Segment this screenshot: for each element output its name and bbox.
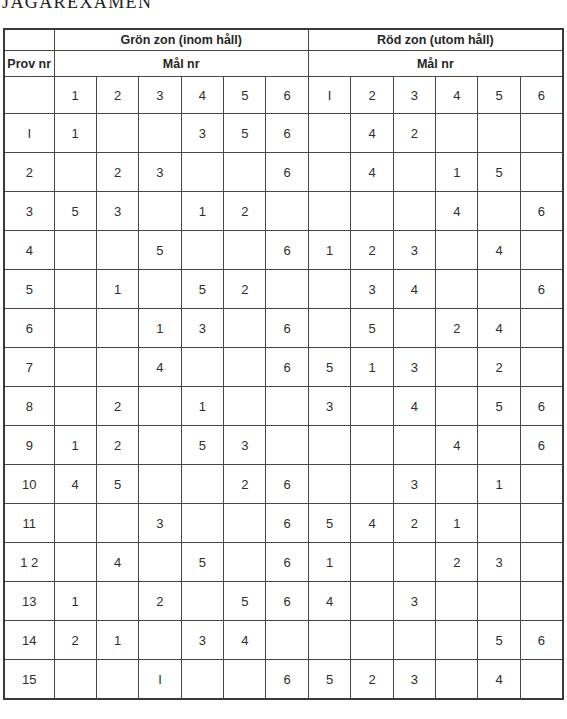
red-zone-cell: 3 [393,348,435,387]
mal-header-row: Prov nr Mål nr Mål nr [4,51,563,77]
green-zone-cell: 3 [181,621,223,660]
green-zone-cell [139,387,181,426]
red-zone-cell: 4 [436,426,478,465]
red-zone-cell [436,387,478,426]
red-zone-cell [478,270,520,309]
red-zone-cell [393,426,435,465]
table-row: 9125346 [4,426,563,465]
red-zone-cell: 1 [478,465,520,504]
red-zone-cell: 3 [478,543,520,582]
red-zone-cell [393,309,435,348]
green-zone-cell: 2 [96,426,138,465]
table-row: 6136524 [4,309,563,348]
red-zone-cell [308,465,350,504]
green-zone-cell [224,153,266,192]
green-zone-cell: 3 [96,192,138,231]
green-zone-cell [96,231,138,270]
green-zone-cell: 6 [266,309,308,348]
red-zone-cell: 2 [393,114,435,153]
green-zone-cell [54,348,96,387]
red-zone-cell: 4 [351,153,393,192]
table-row: 14213456 [4,621,563,660]
red-zone-cell: 2 [436,543,478,582]
red-zone-cell: 4 [478,309,520,348]
score-rows: I135642223641535312464561234515234661365… [4,114,563,700]
green-zone-cell [224,543,266,582]
zone-header-row: Grön zon (inom håll) Röd zon (utom håll) [4,29,563,51]
green-zone-cell [96,504,138,543]
green-zone-cell [224,387,266,426]
table-row: 8213456 [4,387,563,426]
red-zone-cell: 6 [520,426,562,465]
red-zone-cell [393,621,435,660]
green-zone-cell [54,387,96,426]
green-zone-cell: 2 [224,192,266,231]
prov-nr-cell: 14 [4,621,54,660]
green-zone-cell [139,543,181,582]
red-zone-cell: 5 [478,153,520,192]
red-zone-cell [436,660,478,700]
prov-nr-cell: 3 [4,192,54,231]
red-zone-cell [308,153,350,192]
green-zone-cell: 3 [139,153,181,192]
red-zone-cell: 3 [393,465,435,504]
green-zone-cell [54,309,96,348]
green-zone-cell [54,231,96,270]
green-zone-cell [54,660,96,700]
red-zone-cell: 5 [308,660,350,700]
green-zone-cell: 4 [224,621,266,660]
red-col-header: 5 [478,77,520,114]
page-title: JÄGAREXAMEN [2,0,152,11]
green-zone-cell [181,465,223,504]
prov-nr-cell: 5 [4,270,54,309]
green-zone-cell: 1 [181,192,223,231]
red-zone-cell [308,114,350,153]
prov-nr-cell: 15 [4,660,54,700]
prov-nr-cell: I [4,114,54,153]
green-col-header: 2 [96,77,138,114]
red-zone-cell: 4 [308,582,350,621]
green-zone-cell: 2 [96,153,138,192]
red-zone-cell [436,582,478,621]
green-zone-cell [181,231,223,270]
green-zone-cell: 2 [224,465,266,504]
red-zone-cell: 4 [478,660,520,700]
green-zone-cell: 2 [96,387,138,426]
red-zone-cell: 2 [393,504,435,543]
green-zone-cell [266,621,308,660]
red-zone-cell [478,192,520,231]
green-zone-cell [54,153,96,192]
green-zone-cell [96,582,138,621]
table-row: 15I65234 [4,660,563,700]
green-zone-cell [139,270,181,309]
red-zone-cell [351,192,393,231]
red-zone-cell [393,192,435,231]
corner-cell [4,29,54,51]
red-zone-cell [351,426,393,465]
green-zone-cell [96,660,138,700]
red-zone-cell: 1 [308,543,350,582]
red-zone-cell [520,504,562,543]
red-zone-cell: 6 [520,270,562,309]
red-zone-cell: 1 [436,504,478,543]
red-zone-cell: 1 [351,348,393,387]
red-zone-cell: 2 [478,348,520,387]
green-zone-cell: 6 [266,582,308,621]
red-zone-cell: 5 [478,621,520,660]
green-zone-cell [224,231,266,270]
green-zone-cell [139,465,181,504]
green-zone-cell [139,621,181,660]
prov-nr-cell: 2 [4,153,54,192]
red-zone-cell: 6 [520,387,562,426]
red-zone-cell [520,309,562,348]
green-zone-cell [181,582,223,621]
green-col-header: 6 [266,77,308,114]
score-table: Grön zon (inom håll) Röd zon (utom håll)… [3,28,564,700]
green-zone-cell [266,426,308,465]
green-col-header: 4 [181,77,223,114]
red-zone-cell [351,621,393,660]
green-zone-cell: 2 [54,621,96,660]
blank-cell [4,77,54,114]
red-zone-cell [436,270,478,309]
green-zone-cell: 6 [266,660,308,700]
green-zone-cell [96,114,138,153]
green-zone-cell: 6 [266,114,308,153]
red-zone-cell: 1 [436,153,478,192]
red-zone-cell: 5 [308,348,350,387]
green-zone-cell: 1 [96,270,138,309]
red-col-header: 2 [351,77,393,114]
red-zone-cell [478,114,520,153]
green-zone-cell: 1 [96,621,138,660]
green-zone-cell [54,504,96,543]
prov-nr-cell: 13 [4,582,54,621]
red-zone-cell [478,504,520,543]
red-zone-cell [520,543,562,582]
red-zone-cell: 3 [351,270,393,309]
red-zone-cell: 4 [351,504,393,543]
table-row: 10452631 [4,465,563,504]
table-row: 2236415 [4,153,563,192]
red-zone-cell [520,153,562,192]
green-zone-cell [181,153,223,192]
prov-nr-cell: 9 [4,426,54,465]
green-zone-cell [181,660,223,700]
red-zone-cell [436,465,478,504]
green-zone-cell: 6 [266,348,308,387]
red-zone-cell: 6 [520,192,562,231]
green-zone-cell [181,348,223,387]
table-row: 4561234 [4,231,563,270]
red-zone-cell [308,309,350,348]
green-zone-cell: 5 [224,582,266,621]
red-zone-cell: 1 [308,231,350,270]
green-zone-cell: 1 [54,582,96,621]
red-col-header: 3 [393,77,435,114]
green-zone-cell [224,660,266,700]
red-col-header: I [308,77,350,114]
green-col-header: 5 [224,77,266,114]
red-zone-cell: 2 [351,660,393,700]
green-col-header: 3 [139,77,181,114]
red-zone-header: Röd zon (utom håll) [308,29,562,51]
red-zone-cell: 4 [351,114,393,153]
green-zone-header: Grön zon (inom håll) [54,29,308,51]
red-zone-cell [520,231,562,270]
red-zone-cell: 5 [478,387,520,426]
green-zone-cell: I [139,660,181,700]
red-zone-cell: 5 [351,309,393,348]
green-zone-cell: 2 [224,270,266,309]
green-zone-cell: 4 [54,465,96,504]
red-zone-cell [436,348,478,387]
green-zone-cell: 6 [266,231,308,270]
red-zone-cell: 3 [393,231,435,270]
red-zone-cell: 4 [436,192,478,231]
red-zone-cell [436,114,478,153]
red-zone-cell [351,387,393,426]
green-zone-cell [96,309,138,348]
green-zone-cell: 5 [181,543,223,582]
green-zone-cell: 6 [266,465,308,504]
green-zone-cell: 5 [181,270,223,309]
green-zone-cell [224,309,266,348]
green-zone-cell [181,504,223,543]
prov-nr-cell: 4 [4,231,54,270]
red-zone-cell [520,114,562,153]
red-zone-cell [351,582,393,621]
green-zone-cell: 5 [139,231,181,270]
prov-nr-cell: 8 [4,387,54,426]
red-zone-cell: 3 [393,582,435,621]
red-zone-cell: 2 [436,309,478,348]
green-zone-cell: 6 [266,504,308,543]
red-zone-cell: 4 [478,231,520,270]
green-col-header: 1 [54,77,96,114]
green-zone-cell: 3 [224,426,266,465]
table-row: 5152346 [4,270,563,309]
green-zone-cell: 5 [54,192,96,231]
red-zone-cell: 3 [393,660,435,700]
table-row: I135642 [4,114,563,153]
red-zone-cell [520,660,562,700]
red-zone-cell: 3 [308,387,350,426]
prov-nr-cell: 7 [4,348,54,387]
green-zone-cell [266,387,308,426]
green-zone-cell [139,192,181,231]
red-zone-cell: 4 [393,270,435,309]
page: JÄGAREXAMEN Grön zon (inom håll) Röd zon… [0,0,567,719]
green-zone-cell [139,426,181,465]
table-row: 7465132 [4,348,563,387]
red-zone-cell [308,270,350,309]
red-zone-cell [308,192,350,231]
table-row: 13125643 [4,582,563,621]
green-zone-cell: 1 [181,387,223,426]
green-zone-cell: 5 [224,114,266,153]
red-zone-cell [478,426,520,465]
green-zone-cell: 1 [54,114,96,153]
red-zone-cell [308,621,350,660]
green-zone-cell: 1 [54,426,96,465]
prov-nr-cell: 6 [4,309,54,348]
red-zone-cell [308,426,350,465]
red-zone-cell [520,348,562,387]
prov-nr-header: Prov nr [4,51,54,77]
mal-nr-header-green: Mål nr [54,51,308,77]
green-zone-cell: 5 [181,426,223,465]
red-zone-cell [436,231,478,270]
green-zone-cell: 6 [266,543,308,582]
mal-nr-header-red: Mål nr [308,51,562,77]
target-number-row: 1 2 3 4 5 6 I 2 3 4 5 6 [4,77,563,114]
green-zone-cell: 2 [139,582,181,621]
red-col-header: 4 [436,77,478,114]
red-zone-cell [393,543,435,582]
green-zone-cell [266,192,308,231]
red-zone-cell [351,465,393,504]
green-zone-cell [224,504,266,543]
green-zone-cell: 4 [96,543,138,582]
green-zone-cell [54,270,96,309]
table-row: 11365421 [4,504,563,543]
green-zone-cell: 3 [139,504,181,543]
green-zone-cell: 4 [139,348,181,387]
green-zone-cell: 1 [139,309,181,348]
red-zone-cell: 4 [393,387,435,426]
table-row: 1 2456123 [4,543,563,582]
prov-nr-cell: 1 2 [4,543,54,582]
green-zone-cell: 5 [96,465,138,504]
green-zone-cell [224,348,266,387]
red-zone-cell [520,582,562,621]
green-zone-cell: 3 [181,114,223,153]
red-zone-cell [393,153,435,192]
prov-nr-cell: 10 [4,465,54,504]
red-zone-cell [520,465,562,504]
green-zone-cell [96,348,138,387]
red-zone-cell: 2 [351,231,393,270]
green-zone-cell [139,114,181,153]
red-zone-cell [436,621,478,660]
red-zone-cell [351,543,393,582]
green-zone-cell: 6 [266,153,308,192]
red-zone-cell [478,582,520,621]
green-zone-cell [54,543,96,582]
table-row: 3531246 [4,192,563,231]
prov-nr-cell: 11 [4,504,54,543]
red-zone-cell: 5 [308,504,350,543]
green-zone-cell [266,270,308,309]
green-zone-cell: 3 [181,309,223,348]
red-col-header: 6 [520,77,562,114]
red-zone-cell: 6 [520,621,562,660]
